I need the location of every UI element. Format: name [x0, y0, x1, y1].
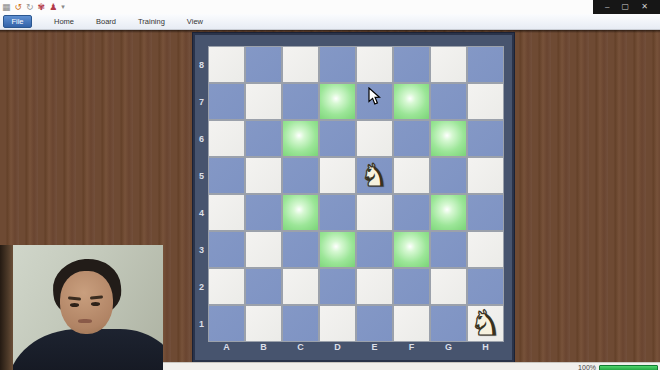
square-c7[interactable] [282, 83, 319, 120]
square-e5[interactable]: ♞ [356, 157, 393, 194]
square-e4[interactable] [356, 194, 393, 231]
square-g2[interactable] [430, 268, 467, 305]
square-a3[interactable] [208, 231, 245, 268]
square-d6[interactable] [319, 120, 356, 157]
rank-label-3: 3 [195, 231, 208, 268]
square-d3[interactable] [319, 231, 356, 268]
white-knight[interactable]: ♞ [361, 160, 389, 191]
title-bar: ▦ ↺ ↻ ✾ ♟ ▾ – ▢ ✕ [0, 0, 660, 14]
person-eye [91, 302, 100, 306]
mouse-cursor [368, 87, 381, 106]
square-a2[interactable] [208, 268, 245, 305]
white-knight[interactable]: ♞ [470, 306, 501, 341]
square-f2[interactable] [393, 268, 430, 305]
chevron-down-icon[interactable]: ▾ [61, 0, 65, 14]
rank-label-7: 7 [195, 83, 208, 120]
file-label-b: B [245, 342, 282, 358]
person-face [60, 271, 113, 334]
square-d8[interactable] [319, 46, 356, 83]
square-c8[interactable] [282, 46, 319, 83]
square-h5[interactable] [467, 157, 504, 194]
square-b5[interactable] [245, 157, 282, 194]
square-e8[interactable] [356, 46, 393, 83]
square-c5[interactable] [282, 157, 319, 194]
square-c4[interactable] [282, 194, 319, 231]
menu-board[interactable]: Board [96, 17, 116, 26]
square-h4[interactable] [467, 194, 504, 231]
square-b2[interactable] [245, 268, 282, 305]
rank-label-6: 6 [195, 120, 208, 157]
menu-view[interactable]: View [187, 17, 203, 26]
square-b6[interactable] [245, 120, 282, 157]
rank-label-8: 8 [195, 46, 208, 83]
chess-board: 87654321 ♞♞ ABCDEFGH [193, 33, 514, 362]
board-grid: ♞♞ [208, 46, 504, 342]
person-eyebrow [68, 296, 81, 300]
rank-labels: 87654321 [195, 46, 208, 342]
square-b3[interactable] [245, 231, 282, 268]
file-label-c: C [282, 342, 319, 358]
square-h3[interactable] [467, 231, 504, 268]
close-button[interactable]: ✕ [641, 0, 648, 14]
quick-access-toolbar: ▦ ↺ ↻ ✾ ♟ ▾ [2, 0, 65, 14]
square-b1[interactable] [245, 305, 282, 342]
person-eyebrow [90, 295, 103, 299]
rank-label-2: 2 [195, 268, 208, 305]
file-labels: ABCDEFGH [208, 342, 504, 358]
square-b4[interactable] [245, 194, 282, 231]
zoom-level-label: 100% [578, 363, 596, 370]
square-e6[interactable] [356, 120, 393, 157]
zoom-slider[interactable] [599, 365, 658, 370]
square-f5[interactable] [393, 157, 430, 194]
menu-home[interactable]: Home [54, 17, 74, 26]
rank-label-4: 4 [195, 194, 208, 231]
square-a1[interactable] [208, 305, 245, 342]
square-g3[interactable] [430, 231, 467, 268]
menu-training[interactable]: Training [138, 17, 165, 26]
person-body [8, 329, 163, 370]
square-d5[interactable] [319, 157, 356, 194]
square-e1[interactable] [356, 305, 393, 342]
square-f3[interactable] [393, 231, 430, 268]
application-window: ▦ ↺ ↻ ✾ ♟ ▾ – ▢ ✕ File Home Board Traini… [0, 0, 660, 370]
square-a8[interactable] [208, 46, 245, 83]
square-g4[interactable] [430, 194, 467, 231]
window-controls: – ▢ ✕ [593, 0, 660, 14]
file-label-e: E [356, 342, 393, 358]
square-h1[interactable]: ♞ [467, 305, 504, 342]
maximize-button[interactable]: ▢ [622, 0, 630, 14]
square-d4[interactable] [319, 194, 356, 231]
square-a6[interactable] [208, 120, 245, 157]
square-g7[interactable] [430, 83, 467, 120]
square-h7[interactable] [467, 83, 504, 120]
square-f7[interactable] [393, 83, 430, 120]
square-g5[interactable] [430, 157, 467, 194]
file-label-g: G [430, 342, 467, 358]
rank-label-1: 1 [195, 305, 208, 342]
file-label-f: F [393, 342, 430, 358]
square-h6[interactable] [467, 120, 504, 157]
square-h2[interactable] [467, 268, 504, 305]
menu-bar: File Home Board Training View [0, 14, 660, 30]
square-e3[interactable] [356, 231, 393, 268]
file-label-d: D [319, 342, 356, 358]
flower-icon[interactable]: ✾ [38, 0, 46, 14]
doorframe [0, 245, 13, 370]
square-g1[interactable] [430, 305, 467, 342]
chess-piece-icon[interactable]: ♟ [49, 0, 57, 14]
square-c2[interactable] [282, 268, 319, 305]
minimize-button[interactable]: – [605, 0, 609, 14]
square-b8[interactable] [245, 46, 282, 83]
square-c3[interactable] [282, 231, 319, 268]
square-g6[interactable] [430, 120, 467, 157]
square-f6[interactable] [393, 120, 430, 157]
square-c6[interactable] [282, 120, 319, 157]
square-d1[interactable] [319, 305, 356, 342]
square-e2[interactable] [356, 268, 393, 305]
square-h8[interactable] [467, 46, 504, 83]
square-c1[interactable] [282, 305, 319, 342]
square-f4[interactable] [393, 194, 430, 231]
undo-icon[interactable]: ↺ [15, 0, 23, 14]
file-label-h: H [467, 342, 504, 358]
square-f1[interactable] [393, 305, 430, 342]
person-eye [70, 303, 79, 307]
square-a4[interactable] [208, 194, 245, 231]
square-a7[interactable] [208, 83, 245, 120]
redo-icon[interactable]: ↻ [26, 0, 34, 14]
person-mouth [78, 319, 92, 323]
board-icon[interactable]: ▦ [2, 0, 11, 14]
file-label-a: A [208, 342, 245, 358]
square-b7[interactable] [245, 83, 282, 120]
square-d2[interactable] [319, 268, 356, 305]
square-f8[interactable] [393, 46, 430, 83]
webcam-overlay [0, 245, 163, 370]
square-a5[interactable] [208, 157, 245, 194]
rank-label-5: 5 [195, 157, 208, 194]
square-d7[interactable] [319, 83, 356, 120]
menu-file[interactable]: File [3, 15, 32, 28]
square-g8[interactable] [430, 46, 467, 83]
